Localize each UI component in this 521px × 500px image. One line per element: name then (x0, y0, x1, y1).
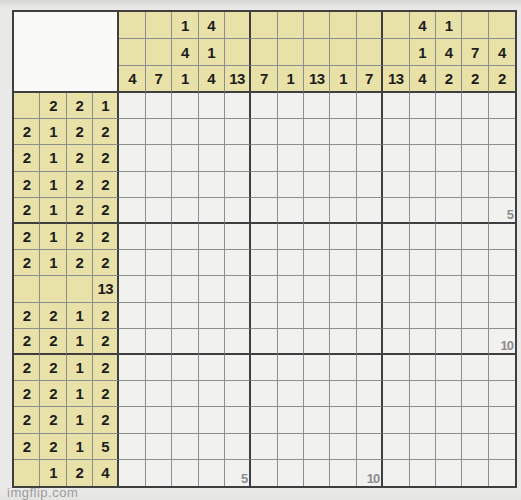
grid-cell[interactable] (357, 276, 383, 302)
grid-cell[interactable] (199, 172, 225, 198)
grid-cell[interactable] (410, 276, 436, 302)
grid-cell[interactable] (330, 250, 356, 276)
col-clue-cell (357, 12, 383, 39)
grid-cell[interactable] (462, 407, 488, 433)
row-clue-cell (14, 276, 40, 302)
grid-cell[interactable] (251, 145, 277, 171)
grid-cell[interactable] (278, 303, 304, 329)
grid-cell[interactable] (436, 224, 462, 250)
grid-cell[interactable] (489, 93, 515, 119)
grid-cell[interactable] (172, 119, 198, 145)
grid-cell[interactable] (357, 172, 383, 198)
grid-cell[interactable]: 5 (489, 198, 515, 224)
grid-cell[interactable] (357, 329, 383, 355)
row-clue-cell: 2 (93, 224, 119, 250)
row-clue-cell: 2 (14, 119, 40, 145)
grid-cell[interactable] (119, 119, 145, 145)
row-clue-cell: 1 (67, 329, 93, 355)
grid-cell[interactable] (199, 355, 225, 381)
col-clue-cell: 13 (225, 66, 251, 93)
row-clue-cell: 5 (93, 434, 119, 460)
grid-cell[interactable] (278, 119, 304, 145)
grid-cell[interactable] (489, 381, 515, 407)
grid-cell[interactable] (462, 119, 488, 145)
grid-cell[interactable] (330, 329, 356, 355)
col-clue-cell: 13 (304, 66, 330, 93)
grid-cell[interactable] (304, 250, 330, 276)
grid-cell[interactable] (489, 434, 515, 460)
grid-cell[interactable] (489, 407, 515, 433)
grid-cell[interactable] (462, 93, 488, 119)
col-clue-cell (383, 12, 409, 39)
grid-cell[interactable] (172, 329, 198, 355)
grid-cell[interactable] (304, 172, 330, 198)
grid-cell[interactable] (225, 434, 251, 460)
grid-cell[interactable] (410, 250, 436, 276)
grid-cell[interactable] (462, 381, 488, 407)
grid-cell[interactable] (330, 407, 356, 433)
grid-cell[interactable] (278, 93, 304, 119)
grid-cell[interactable] (410, 303, 436, 329)
clue-corner (14, 12, 119, 93)
grid-cell[interactable] (330, 355, 356, 381)
grid-cell[interactable] (278, 460, 304, 486)
grid-cell[interactable] (278, 224, 304, 250)
col-clue-cell: 7 (462, 39, 488, 66)
grid-cell[interactable] (462, 172, 488, 198)
grid-cell[interactable] (410, 172, 436, 198)
col-clue-cell: 2 (489, 66, 515, 93)
row-clue-cell: 1 (40, 145, 66, 171)
grid-cell[interactable] (278, 407, 304, 433)
grid-cell[interactable] (119, 460, 145, 486)
grid-cell[interactable] (330, 303, 356, 329)
grid-cell[interactable] (225, 198, 251, 224)
grid-cell[interactable] (172, 172, 198, 198)
grid-cell[interactable] (462, 145, 488, 171)
row-clue-cell: 2 (40, 303, 66, 329)
grid-cell[interactable] (278, 145, 304, 171)
grid-cell[interactable] (383, 460, 409, 486)
grid-cell[interactable] (357, 119, 383, 145)
grid-cell[interactable] (383, 407, 409, 433)
col-clue-cell: 4 (172, 39, 198, 66)
grid-cell[interactable] (251, 460, 277, 486)
grid-cell[interactable] (119, 224, 145, 250)
grid-cell[interactable] (383, 198, 409, 224)
grid-cell[interactable] (489, 303, 515, 329)
grid-cell[interactable] (436, 381, 462, 407)
grid-cell[interactable] (225, 145, 251, 171)
grid-cell[interactable] (225, 172, 251, 198)
grid-cell[interactable] (330, 276, 356, 302)
grid-cell[interactable] (462, 303, 488, 329)
grid-cell[interactable] (225, 276, 251, 302)
grid-cell[interactable] (172, 224, 198, 250)
col-clue-cell (489, 12, 515, 39)
grid-cell[interactable] (410, 119, 436, 145)
grid-cell[interactable] (383, 329, 409, 355)
row-clue-cell: 2 (14, 329, 40, 355)
coordinate-marker: 10 (367, 472, 379, 485)
grid-cell[interactable] (489, 145, 515, 171)
grid-cell[interactable] (172, 303, 198, 329)
col-clue-cell: 4 (410, 66, 436, 93)
grid-cell[interactable] (462, 434, 488, 460)
grid-cell[interactable] (251, 407, 277, 433)
grid-cell[interactable] (410, 355, 436, 381)
grid-cell[interactable] (383, 276, 409, 302)
grid-cell[interactable] (304, 460, 330, 486)
col-clue-cell (146, 12, 172, 39)
grid-cell[interactable] (304, 145, 330, 171)
grid-cell[interactable] (304, 434, 330, 460)
grid-cell[interactable] (146, 145, 172, 171)
grid-cell[interactable] (330, 145, 356, 171)
grid-cell[interactable] (146, 407, 172, 433)
grid-cell[interactable] (304, 224, 330, 250)
grid-cell[interactable] (251, 303, 277, 329)
grid-cell[interactable] (225, 407, 251, 433)
grid-cell[interactable] (278, 434, 304, 460)
grid-cell[interactable] (436, 329, 462, 355)
grid-cell[interactable] (357, 355, 383, 381)
row-clue-cell: 1 (93, 93, 119, 119)
grid-cell[interactable] (357, 407, 383, 433)
grid-cell[interactable] (199, 119, 225, 145)
grid-cell[interactable] (383, 355, 409, 381)
col-clue-cell: 4 (119, 66, 145, 93)
row-clue-cell: 2 (67, 224, 93, 250)
row-clue-cell: 1 (67, 407, 93, 433)
grid-cell[interactable] (251, 119, 277, 145)
grid-cell[interactable] (436, 434, 462, 460)
row-clue-cell: 2 (14, 198, 40, 224)
grid-cell[interactable] (146, 224, 172, 250)
grid-cell[interactable] (462, 250, 488, 276)
grid-cell[interactable] (383, 303, 409, 329)
grid-cell[interactable] (146, 434, 172, 460)
grid-cell[interactable] (489, 460, 515, 486)
row-clue-cell: 1 (40, 460, 66, 486)
row-clue-cell: 2 (93, 303, 119, 329)
grid-cell[interactable] (146, 460, 172, 486)
grid-cell[interactable] (172, 460, 198, 486)
grid-cell[interactable] (119, 145, 145, 171)
coordinate-marker: 10 (501, 339, 513, 352)
grid-cell[interactable] (172, 198, 198, 224)
grid-cell[interactable] (146, 381, 172, 407)
row-clue-cell: 1 (67, 303, 93, 329)
grid-cell[interactable] (251, 329, 277, 355)
grid-cell[interactable] (251, 93, 277, 119)
grid-cell[interactable] (199, 198, 225, 224)
grid-cell[interactable] (251, 250, 277, 276)
grid-cell[interactable] (119, 329, 145, 355)
grid-cell[interactable] (304, 381, 330, 407)
grid-cell[interactable] (278, 329, 304, 355)
grid-cell[interactable] (410, 93, 436, 119)
grid-cell[interactable] (330, 172, 356, 198)
grid-cell[interactable] (225, 119, 251, 145)
grid-cell[interactable] (357, 381, 383, 407)
grid-cell[interactable] (119, 407, 145, 433)
grid-cell[interactable] (330, 224, 356, 250)
grid-cell[interactable] (383, 434, 409, 460)
grid-cell[interactable] (462, 198, 488, 224)
grid-cell[interactable] (225, 355, 251, 381)
grid-cell[interactable] (489, 276, 515, 302)
col-clue-cell: 7 (146, 66, 172, 93)
grid-cell[interactable] (304, 407, 330, 433)
row-clue-cell: 2 (14, 224, 40, 250)
grid-cell[interactable] (146, 119, 172, 145)
grid-cell[interactable] (383, 172, 409, 198)
grid-cell[interactable] (304, 303, 330, 329)
row-clue-cell: 2 (14, 381, 40, 407)
grid-cell[interactable] (199, 93, 225, 119)
grid-cell[interactable] (489, 119, 515, 145)
col-clue-cell (146, 39, 172, 66)
grid-cell[interactable] (462, 460, 488, 486)
grid-cell[interactable] (251, 224, 277, 250)
row-clue-cell: 2 (14, 407, 40, 433)
grid-cell[interactable] (172, 145, 198, 171)
grid-cell[interactable] (304, 119, 330, 145)
grid-cell[interactable] (436, 460, 462, 486)
grid-cell[interactable]: 10 (357, 460, 383, 486)
col-clue-cell (251, 39, 277, 66)
grid-cell[interactable] (199, 434, 225, 460)
grid-cell[interactable] (119, 434, 145, 460)
grid-cell[interactable] (119, 250, 145, 276)
grid-cell[interactable] (330, 434, 356, 460)
grid-cell[interactable] (278, 198, 304, 224)
grid-cell[interactable] (278, 355, 304, 381)
grid-cell[interactable] (436, 145, 462, 171)
grid-cell[interactable] (119, 303, 145, 329)
row-clue-cell: 2 (14, 355, 40, 381)
grid-cell[interactable] (199, 145, 225, 171)
grid-cell[interactable] (489, 355, 515, 381)
grid-cell[interactable] (304, 198, 330, 224)
col-clue-cell: 4 (489, 39, 515, 66)
grid-cell[interactable] (278, 250, 304, 276)
grid-cell[interactable] (304, 276, 330, 302)
grid-cell[interactable] (225, 303, 251, 329)
grid-cell[interactable] (489, 224, 515, 250)
grid-cell[interactable] (304, 355, 330, 381)
grid-cell[interactable] (278, 381, 304, 407)
col-clue-cell (357, 39, 383, 66)
grid-cell[interactable] (304, 329, 330, 355)
coordinate-marker: 5 (507, 208, 513, 221)
grid-cell[interactable] (410, 460, 436, 486)
grid-cell[interactable] (357, 434, 383, 460)
grid-cell[interactable] (119, 381, 145, 407)
grid-cell[interactable] (330, 198, 356, 224)
grid-cell[interactable] (146, 250, 172, 276)
grid-cell[interactable] (251, 172, 277, 198)
grid-cell[interactable] (251, 434, 277, 460)
grid-cell[interactable] (251, 355, 277, 381)
grid-cell[interactable] (172, 355, 198, 381)
grid-cell[interactable] (146, 276, 172, 302)
grid-cell[interactable] (357, 93, 383, 119)
grid-cell[interactable] (462, 355, 488, 381)
grid-cell[interactable] (383, 119, 409, 145)
row-clue-cell: 2 (67, 460, 93, 486)
grid-cell[interactable] (278, 172, 304, 198)
row-clue-cell: 1 (40, 172, 66, 198)
grid-cell[interactable] (146, 93, 172, 119)
row-clue-cell: 2 (93, 329, 119, 355)
grid-cell[interactable] (436, 303, 462, 329)
grid-cell[interactable] (436, 276, 462, 302)
grid-cell[interactable] (357, 198, 383, 224)
row-clue-cell: 2 (93, 145, 119, 171)
grid-cell[interactable] (489, 172, 515, 198)
col-clue-cell (278, 39, 304, 66)
grid-cell[interactable] (410, 145, 436, 171)
col-clue-cell: 1 (330, 66, 356, 93)
grid-cell[interactable] (436, 250, 462, 276)
row-clue-cell: 4 (93, 460, 119, 486)
col-clue-cell: 4 (410, 12, 436, 39)
grid-cell[interactable] (436, 93, 462, 119)
row-clue-cell: 1 (40, 224, 66, 250)
grid-cell[interactable] (357, 224, 383, 250)
row-clue-cell: 2 (67, 119, 93, 145)
grid-cell[interactable] (357, 145, 383, 171)
grid-cell[interactable] (199, 460, 225, 486)
grid-cell[interactable] (119, 276, 145, 302)
grid-cell[interactable] (199, 224, 225, 250)
grid-cell[interactable]: 10 (489, 329, 515, 355)
grid-cell[interactable] (172, 381, 198, 407)
grid-cell[interactable] (489, 250, 515, 276)
row-clue-cell: 2 (67, 145, 93, 171)
grid-cell[interactable] (146, 198, 172, 224)
grid-cell[interactable] (119, 355, 145, 381)
grid-cell[interactable] (410, 329, 436, 355)
grid-cell[interactable] (251, 198, 277, 224)
col-clue-cell (330, 39, 356, 66)
grid-cell[interactable] (199, 276, 225, 302)
col-clue-cell (304, 39, 330, 66)
grid-cell[interactable] (172, 434, 198, 460)
col-clue-cell: 1 (172, 66, 198, 93)
row-clue-cell (40, 276, 66, 302)
col-clue-cell (225, 39, 251, 66)
grid-cell[interactable] (146, 172, 172, 198)
row-clue-cell: 2 (40, 93, 66, 119)
grid-cell[interactable] (304, 93, 330, 119)
grid-cell[interactable] (146, 303, 172, 329)
grid-cell[interactable] (383, 250, 409, 276)
grid-cell[interactable] (410, 434, 436, 460)
grid-cell[interactable] (330, 381, 356, 407)
col-clue-cell: 1 (172, 12, 198, 39)
grid-cell[interactable] (251, 276, 277, 302)
grid-cell[interactable] (172, 250, 198, 276)
row-clue-cell: 2 (14, 145, 40, 171)
grid-cell[interactable] (225, 93, 251, 119)
grid-cell[interactable] (357, 250, 383, 276)
grid-cell[interactable] (199, 250, 225, 276)
grid-cell[interactable] (410, 407, 436, 433)
grid-cell[interactable] (383, 381, 409, 407)
grid-cell[interactable] (436, 172, 462, 198)
grid-cell[interactable] (119, 93, 145, 119)
grid-cell[interactable] (225, 250, 251, 276)
row-clue-cell: 1 (67, 434, 93, 460)
row-clue-cell: 2 (93, 381, 119, 407)
row-clue-cell: 2 (67, 250, 93, 276)
grid-cell[interactable] (146, 329, 172, 355)
grid-cell[interactable] (199, 381, 225, 407)
grid-cell[interactable] (172, 407, 198, 433)
grid-cell[interactable] (225, 329, 251, 355)
grid-cell[interactable] (172, 93, 198, 119)
col-clue-cell: 2 (436, 66, 462, 93)
grid-cell[interactable] (172, 276, 198, 302)
grid-cell[interactable] (436, 407, 462, 433)
col-clue-cell: 1 (436, 12, 462, 39)
grid-cell[interactable] (225, 381, 251, 407)
grid-cell[interactable] (278, 276, 304, 302)
grid-cell[interactable] (146, 355, 172, 381)
grid-cell[interactable]: 5 (225, 460, 251, 486)
row-clue-cell: 2 (14, 250, 40, 276)
row-clue-cell (67, 276, 93, 302)
grid-cell[interactable] (436, 119, 462, 145)
grid-cell[interactable] (462, 276, 488, 302)
grid-cell[interactable] (410, 381, 436, 407)
grid-cell[interactable] (251, 381, 277, 407)
grid-cell[interactable] (410, 224, 436, 250)
grid-cell[interactable] (436, 198, 462, 224)
grid-cell[interactable] (383, 224, 409, 250)
col-clue-cell (304, 12, 330, 39)
row-clue-cell (14, 460, 40, 486)
col-clue-cell: 13 (383, 66, 409, 93)
grid-cell[interactable] (462, 224, 488, 250)
grid-cell[interactable] (383, 93, 409, 119)
grid-cell[interactable] (410, 198, 436, 224)
col-clue-cell: 1 (278, 66, 304, 93)
row-clue-cell: 2 (40, 355, 66, 381)
grid-cell[interactable] (225, 224, 251, 250)
col-clue-cell (278, 12, 304, 39)
row-clue-cell: 2 (14, 434, 40, 460)
col-clue-cell: 7 (357, 66, 383, 93)
grid-cell[interactable] (199, 329, 225, 355)
grid-cell[interactable] (462, 329, 488, 355)
coordinate-marker: 5 (241, 472, 247, 485)
grid-cell[interactable] (199, 303, 225, 329)
grid-cell[interactable] (330, 119, 356, 145)
grid-cell[interactable] (330, 93, 356, 119)
grid-cell[interactable] (357, 303, 383, 329)
col-clue-cell (119, 39, 145, 66)
grid-cell[interactable] (199, 407, 225, 433)
grid-cell[interactable] (119, 198, 145, 224)
grid-cell[interactable] (383, 145, 409, 171)
grid-cell[interactable] (119, 172, 145, 198)
grid-cell[interactable] (436, 355, 462, 381)
grid-cell[interactable] (330, 460, 356, 486)
